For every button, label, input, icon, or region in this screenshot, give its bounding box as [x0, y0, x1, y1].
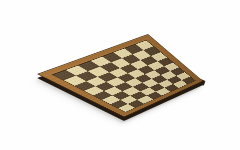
- board-frame: [37, 34, 203, 117]
- product-photo: [0, 0, 240, 150]
